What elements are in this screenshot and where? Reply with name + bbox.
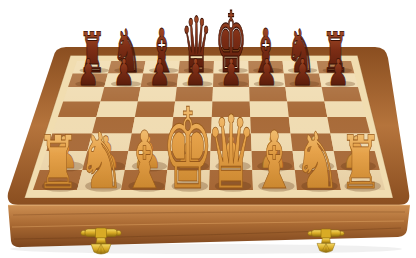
- piece-dark-pawn-h7[interactable]: ♟: [327, 51, 348, 94]
- piece-light-knight-b1[interactable]: ♞: [78, 115, 125, 206]
- piece-light-bishop-f1[interactable]: ♝: [252, 114, 297, 207]
- chess-set-photo: ♜♞♝♛♚♝♞♜♟♟♟♟♟♟♟♟♟♟♟♟♟♟♟♟♜♞♝♚♛♝♞♜: [0, 0, 416, 258]
- piece-dark-pawn-b7[interactable]: ♟: [113, 51, 134, 94]
- piece-light-rook-h1[interactable]: ♜: [339, 119, 382, 205]
- chess-board-scene: ♜♞♝♛♚♝♞♜♟♟♟♟♟♟♟♟♟♟♟♟♟♟♟♟♜♞♝♚♛♝♞♜: [0, 0, 416, 258]
- piece-light-bishop-c1[interactable]: ♝: [122, 114, 167, 207]
- piece-dark-pawn-a7[interactable]: ♟: [78, 51, 99, 94]
- piece-dark-pawn-f7[interactable]: ♟: [256, 51, 277, 94]
- piece-dark-pawn-g7[interactable]: ♟: [292, 51, 313, 94]
- piece-light-queen-e1[interactable]: ♛: [206, 93, 255, 211]
- piece-light-rook-a1[interactable]: ♜: [36, 119, 79, 205]
- piece-dark-pawn-e7[interactable]: ♟: [220, 51, 241, 94]
- piece-light-knight-g1[interactable]: ♞: [294, 115, 341, 206]
